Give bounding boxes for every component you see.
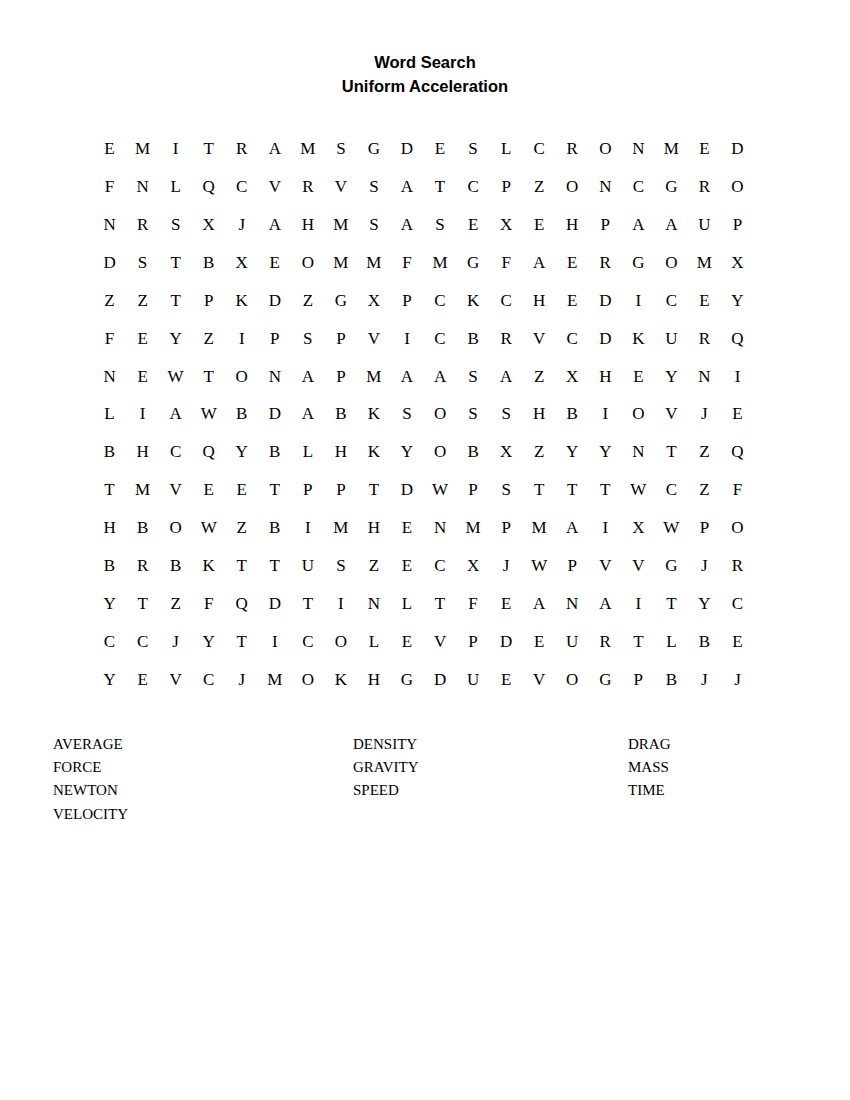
grid-cell-r11c14: M bbox=[523, 509, 556, 547]
grid-cell-r5c18: C bbox=[655, 282, 688, 320]
grid-cell-r5c5: K bbox=[225, 282, 258, 320]
grid-cell-r5c8: G bbox=[324, 282, 357, 320]
grid-cell-r9c16: Y bbox=[589, 433, 622, 471]
grid-cell-r11c19: P bbox=[688, 509, 721, 547]
grid-cell-r6c17: K bbox=[622, 320, 655, 358]
word-list: AVERAGEFORCENEWTONVELOCITYDENSITYGRAVITY… bbox=[0, 733, 850, 833]
grid-cell-r15c5: J bbox=[225, 661, 258, 699]
grid-cell-r8c18: V bbox=[655, 396, 688, 434]
grid-cell-r11c3: O bbox=[159, 509, 192, 547]
grid-cell-r10c9: T bbox=[357, 471, 390, 509]
grid-cell-r13c4: F bbox=[192, 585, 225, 623]
grid-cell-r14c11: V bbox=[423, 623, 456, 661]
grid-cell-r1c10: D bbox=[390, 130, 423, 168]
grid-cell-r3c15: H bbox=[556, 206, 589, 244]
grid-cell-r2c3: L bbox=[159, 168, 192, 206]
grid-cell-r8c2: I bbox=[126, 396, 159, 434]
grid-cell-r12c8: S bbox=[324, 547, 357, 585]
grid-cell-r15c2: E bbox=[126, 661, 159, 699]
grid-cell-r11c4: W bbox=[192, 509, 225, 547]
grid-cell-r3c7: H bbox=[291, 206, 324, 244]
grid-cell-r2c15: O bbox=[556, 168, 589, 206]
grid-cell-r12c18: G bbox=[655, 547, 688, 585]
grid-cell-r7c10: A bbox=[390, 358, 423, 396]
word-list-column-2: DENSITYGRAVITYSPEED bbox=[353, 733, 419, 803]
grid-cell-r3c10: A bbox=[390, 206, 423, 244]
grid-cell-r9c8: H bbox=[324, 433, 357, 471]
word-item-velocity: VELOCITY bbox=[53, 803, 128, 826]
grid-cell-r13c18: T bbox=[655, 585, 688, 623]
grid-cell-r11c5: Z bbox=[225, 509, 258, 547]
grid-cell-r8c16: I bbox=[589, 396, 622, 434]
grid-cell-r13c11: T bbox=[423, 585, 456, 623]
grid-cell-r14c9: L bbox=[357, 623, 390, 661]
grid-cell-r15c18: B bbox=[655, 661, 688, 699]
grid-cell-r7c6: N bbox=[258, 358, 291, 396]
grid-cell-r14c6: I bbox=[258, 623, 291, 661]
grid-cell-r8c10: S bbox=[390, 396, 423, 434]
grid-cell-r3c1: N bbox=[93, 206, 126, 244]
grid-cell-r10c14: T bbox=[523, 471, 556, 509]
grid-cell-r12c14: W bbox=[523, 547, 556, 585]
grid-cell-r1c3: I bbox=[159, 130, 192, 168]
grid-cell-r6c11: C bbox=[423, 320, 456, 358]
grid-cell-r8c20: E bbox=[721, 396, 754, 434]
grid-cell-r15c7: O bbox=[291, 661, 324, 699]
page-title-line1: Word Search bbox=[0, 50, 850, 74]
grid-cell-r9c12: B bbox=[457, 433, 490, 471]
grid-cell-r6c20: Q bbox=[721, 320, 754, 358]
grid-cell-r11c9: H bbox=[357, 509, 390, 547]
grid-cell-r4c13: F bbox=[490, 244, 523, 282]
grid-cell-r14c15: U bbox=[556, 623, 589, 661]
grid-cell-r9c4: Q bbox=[192, 433, 225, 471]
grid-cell-r4c1: D bbox=[93, 244, 126, 282]
grid-cell-r2c12: C bbox=[457, 168, 490, 206]
grid-cell-r10c16: T bbox=[589, 471, 622, 509]
grid-cell-r15c16: G bbox=[589, 661, 622, 699]
grid-cell-r14c7: C bbox=[291, 623, 324, 661]
grid-cell-r12c3: B bbox=[159, 547, 192, 585]
word-item-density: DENSITY bbox=[353, 733, 419, 756]
grid-cell-r5c2: Z bbox=[126, 282, 159, 320]
grid-cell-r2c5: C bbox=[225, 168, 258, 206]
grid-cell-r2c18: G bbox=[655, 168, 688, 206]
grid-cell-r3c13: X bbox=[490, 206, 523, 244]
grid-cell-r13c14: A bbox=[523, 585, 556, 623]
grid-cell-r14c17: T bbox=[622, 623, 655, 661]
grid-cell-r12c5: T bbox=[225, 547, 258, 585]
grid-cell-r2c6: V bbox=[258, 168, 291, 206]
grid-cell-r13c9: N bbox=[357, 585, 390, 623]
grid-cell-r1c9: G bbox=[357, 130, 390, 168]
grid-cell-r9c13: X bbox=[490, 433, 523, 471]
grid-cell-r12c19: J bbox=[688, 547, 721, 585]
grid-cell-r7c20: I bbox=[721, 358, 754, 396]
grid-cell-r3c6: A bbox=[258, 206, 291, 244]
grid-cell-r6c10: I bbox=[390, 320, 423, 358]
grid-cell-r8c3: A bbox=[159, 396, 192, 434]
grid-cell-r10c15: T bbox=[556, 471, 589, 509]
grid-cell-r6c8: P bbox=[324, 320, 357, 358]
grid-cell-r2c19: R bbox=[688, 168, 721, 206]
grid-cell-r11c13: P bbox=[490, 509, 523, 547]
grid-cell-r13c2: T bbox=[126, 585, 159, 623]
grid-cell-r4c8: M bbox=[324, 244, 357, 282]
grid-cell-r13c16: A bbox=[589, 585, 622, 623]
grid-cell-r1c19: E bbox=[688, 130, 721, 168]
grid-cell-r1c13: L bbox=[490, 130, 523, 168]
grid-cell-r12c16: V bbox=[589, 547, 622, 585]
grid-cell-r2c1: F bbox=[93, 168, 126, 206]
word-item-speed: SPEED bbox=[353, 779, 419, 802]
grid-cell-r14c16: R bbox=[589, 623, 622, 661]
grid-cell-r4c3: T bbox=[159, 244, 192, 282]
grid-cell-r14c12: P bbox=[457, 623, 490, 661]
grid-cell-r1c17: N bbox=[622, 130, 655, 168]
grid-cell-r4c10: F bbox=[390, 244, 423, 282]
grid-cell-r3c8: M bbox=[324, 206, 357, 244]
page-title-line2: Uniform Acceleration bbox=[0, 74, 850, 98]
grid-cell-r10c2: M bbox=[126, 471, 159, 509]
grid-cell-r15c20: J bbox=[721, 661, 754, 699]
grid-cell-r2c4: Q bbox=[192, 168, 225, 206]
grid-cell-r12c11: C bbox=[423, 547, 456, 585]
grid-cell-r14c19: B bbox=[688, 623, 721, 661]
grid-cell-r7c13: A bbox=[490, 358, 523, 396]
grid-cell-r15c19: J bbox=[688, 661, 721, 699]
grid-cell-r6c16: D bbox=[589, 320, 622, 358]
grid-cell-r8c11: O bbox=[423, 396, 456, 434]
grid-cell-r15c3: V bbox=[159, 661, 192, 699]
grid-cell-r1c1: E bbox=[93, 130, 126, 168]
grid-cell-r4c6: E bbox=[258, 244, 291, 282]
grid-cell-r8c4: W bbox=[192, 396, 225, 434]
grid-cell-r13c15: N bbox=[556, 585, 589, 623]
grid-cell-r11c18: W bbox=[655, 509, 688, 547]
grid-cell-r11c1: H bbox=[93, 509, 126, 547]
grid-cell-r10c11: W bbox=[423, 471, 456, 509]
grid-cell-r6c19: R bbox=[688, 320, 721, 358]
grid-cell-r6c3: Y bbox=[159, 320, 192, 358]
grid-cell-r2c16: N bbox=[589, 168, 622, 206]
grid-cell-r9c15: Y bbox=[556, 433, 589, 471]
grid-cell-r5c9: X bbox=[357, 282, 390, 320]
grid-cell-r11c11: N bbox=[423, 509, 456, 547]
grid-cell-r9c17: N bbox=[622, 433, 655, 471]
word-item-average: AVERAGE bbox=[53, 733, 128, 756]
grid-cell-r6c12: B bbox=[457, 320, 490, 358]
grid-cell-r14c3: J bbox=[159, 623, 192, 661]
word-item-newton: NEWTON bbox=[53, 779, 128, 802]
page-title: Word Search Uniform Acceleration bbox=[0, 50, 850, 98]
grid-cell-r11c7: I bbox=[291, 509, 324, 547]
grid-cell-r5c16: D bbox=[589, 282, 622, 320]
grid-cell-r1c18: M bbox=[655, 130, 688, 168]
grid-cell-r5c7: Z bbox=[291, 282, 324, 320]
grid-cell-r1c20: D bbox=[721, 130, 754, 168]
grid-cell-r4c11: M bbox=[423, 244, 456, 282]
grid-cell-r8c12: S bbox=[457, 396, 490, 434]
grid-cell-r10c18: C bbox=[655, 471, 688, 509]
grid-cell-r10c20: F bbox=[721, 471, 754, 509]
grid-cell-r8c13: S bbox=[490, 396, 523, 434]
grid-cell-r5c15: E bbox=[556, 282, 589, 320]
grid-cell-r13c19: Y bbox=[688, 585, 721, 623]
grid-cell-r3c12: E bbox=[457, 206, 490, 244]
grid-cell-r12c2: R bbox=[126, 547, 159, 585]
grid-cell-r7c11: A bbox=[423, 358, 456, 396]
grid-cell-r6c18: U bbox=[655, 320, 688, 358]
grid-cell-r2c14: Z bbox=[523, 168, 556, 206]
grid-cell-r13c20: C bbox=[721, 585, 754, 623]
grid-cell-r12c9: Z bbox=[357, 547, 390, 585]
grid-cell-r4c4: B bbox=[192, 244, 225, 282]
grid-cell-r4c19: M bbox=[688, 244, 721, 282]
grid-cell-r8c1: L bbox=[93, 396, 126, 434]
grid-cell-r15c6: M bbox=[258, 661, 291, 699]
word-item-gravity: GRAVITY bbox=[353, 756, 419, 779]
grid-cell-r8c9: K bbox=[357, 396, 390, 434]
grid-cell-r12c4: K bbox=[192, 547, 225, 585]
grid-cell-r10c19: Z bbox=[688, 471, 721, 509]
grid-cell-r2c7: R bbox=[291, 168, 324, 206]
grid-cell-r1c11: E bbox=[423, 130, 456, 168]
grid-cell-r14c10: E bbox=[390, 623, 423, 661]
grid-cell-r6c2: E bbox=[126, 320, 159, 358]
grid-cell-r5c17: I bbox=[622, 282, 655, 320]
grid-cell-r9c2: H bbox=[126, 433, 159, 471]
word-item-drag: DRAG bbox=[628, 733, 671, 756]
grid-cell-r5c6: D bbox=[258, 282, 291, 320]
grid-cell-r11c10: E bbox=[390, 509, 423, 547]
grid-cell-r13c6: D bbox=[258, 585, 291, 623]
grid-cell-r10c5: E bbox=[225, 471, 258, 509]
grid-cell-r3c9: S bbox=[357, 206, 390, 244]
grid-cell-r6c1: F bbox=[93, 320, 126, 358]
grid-cell-r3c17: A bbox=[622, 206, 655, 244]
grid-cell-r9c1: B bbox=[93, 433, 126, 471]
grid-cell-r11c17: X bbox=[622, 509, 655, 547]
grid-cell-r15c8: K bbox=[324, 661, 357, 699]
grid-cell-r10c10: D bbox=[390, 471, 423, 509]
grid-cell-r15c11: D bbox=[423, 661, 456, 699]
grid-cell-r3c16: P bbox=[589, 206, 622, 244]
grid-cell-r11c6: B bbox=[258, 509, 291, 547]
grid-cell-r9c3: C bbox=[159, 433, 192, 471]
grid-cell-r9c5: Y bbox=[225, 433, 258, 471]
grid-cell-r5c14: H bbox=[523, 282, 556, 320]
grid-cell-r6c6: P bbox=[258, 320, 291, 358]
grid-cell-r10c13: S bbox=[490, 471, 523, 509]
grid-cell-r14c4: Y bbox=[192, 623, 225, 661]
grid-cell-r13c10: L bbox=[390, 585, 423, 623]
grid-cell-r7c3: W bbox=[159, 358, 192, 396]
grid-cell-r1c12: S bbox=[457, 130, 490, 168]
grid-cell-r9c7: L bbox=[291, 433, 324, 471]
grid-cell-r15c17: P bbox=[622, 661, 655, 699]
grid-cell-r1c8: S bbox=[324, 130, 357, 168]
grid-cell-r7c19: N bbox=[688, 358, 721, 396]
grid-cell-r2c8: V bbox=[324, 168, 357, 206]
grid-cell-r4c12: G bbox=[457, 244, 490, 282]
grid-cell-r10c3: V bbox=[159, 471, 192, 509]
grid-cell-r7c17: E bbox=[622, 358, 655, 396]
grid-cell-r15c4: C bbox=[192, 661, 225, 699]
grid-cell-r13c12: F bbox=[457, 585, 490, 623]
grid-cell-r13c1: Y bbox=[93, 585, 126, 623]
grid-cell-r15c10: G bbox=[390, 661, 423, 699]
grid-cell-r4c16: R bbox=[589, 244, 622, 282]
worksheet-page: Word Search Uniform Acceleration EMITRAM… bbox=[0, 0, 850, 1100]
grid-cell-r2c13: P bbox=[490, 168, 523, 206]
grid-cell-r14c13: D bbox=[490, 623, 523, 661]
grid-cell-r1c5: R bbox=[225, 130, 258, 168]
grid-cell-r8c14: H bbox=[523, 396, 556, 434]
grid-cell-r12c6: T bbox=[258, 547, 291, 585]
grid-cell-r11c8: M bbox=[324, 509, 357, 547]
grid-cell-r8c17: O bbox=[622, 396, 655, 434]
grid-cell-r10c7: P bbox=[291, 471, 324, 509]
grid-cell-r13c3: Z bbox=[159, 585, 192, 623]
grid-cell-r8c8: B bbox=[324, 396, 357, 434]
grid-cell-r14c20: E bbox=[721, 623, 754, 661]
grid-cell-r4c15: E bbox=[556, 244, 589, 282]
grid-cell-r14c14: E bbox=[523, 623, 556, 661]
grid-cell-r2c2: N bbox=[126, 168, 159, 206]
grid-cell-r10c6: T bbox=[258, 471, 291, 509]
grid-cell-r2c9: S bbox=[357, 168, 390, 206]
grid-cell-r1c14: C bbox=[523, 130, 556, 168]
grid-cell-r7c8: P bbox=[324, 358, 357, 396]
grid-cell-r3c14: E bbox=[523, 206, 556, 244]
grid-cell-r4c5: X bbox=[225, 244, 258, 282]
grid-cell-r8c6: D bbox=[258, 396, 291, 434]
grid-cell-r5c3: T bbox=[159, 282, 192, 320]
grid-cell-r12c10: E bbox=[390, 547, 423, 585]
grid-cell-r13c8: I bbox=[324, 585, 357, 623]
grid-cell-r7c14: Z bbox=[523, 358, 556, 396]
grid-cell-r5c4: P bbox=[192, 282, 225, 320]
grid-cell-r1c7: M bbox=[291, 130, 324, 168]
grid-cell-r10c12: P bbox=[457, 471, 490, 509]
grid-cell-r8c7: A bbox=[291, 396, 324, 434]
grid-cell-r5c19: E bbox=[688, 282, 721, 320]
grid-cell-r2c17: C bbox=[622, 168, 655, 206]
grid-cell-r11c12: M bbox=[457, 509, 490, 547]
word-item-time: TIME bbox=[628, 779, 671, 802]
grid-cell-r7c16: H bbox=[589, 358, 622, 396]
grid-cell-r1c15: R bbox=[556, 130, 589, 168]
grid-cell-r15c14: V bbox=[523, 661, 556, 699]
grid-cell-r3c18: A bbox=[655, 206, 688, 244]
grid-cell-r14c18: L bbox=[655, 623, 688, 661]
grid-cell-r9c6: B bbox=[258, 433, 291, 471]
grid-cell-r5c1: Z bbox=[93, 282, 126, 320]
grid-cell-r11c2: B bbox=[126, 509, 159, 547]
grid-cell-r4c20: X bbox=[721, 244, 754, 282]
grid-cell-r6c9: V bbox=[357, 320, 390, 358]
grid-cell-r6c5: I bbox=[225, 320, 258, 358]
grid-cell-r10c8: P bbox=[324, 471, 357, 509]
grid-cell-r8c19: J bbox=[688, 396, 721, 434]
grid-cell-r15c12: U bbox=[457, 661, 490, 699]
grid-cell-r4c18: O bbox=[655, 244, 688, 282]
grid-cell-r7c15: X bbox=[556, 358, 589, 396]
grid-cell-r10c17: W bbox=[622, 471, 655, 509]
grid-cell-r3c2: R bbox=[126, 206, 159, 244]
grid-cell-r6c13: R bbox=[490, 320, 523, 358]
grid-cell-r7c7: A bbox=[291, 358, 324, 396]
grid-cell-r3c11: S bbox=[423, 206, 456, 244]
grid-cell-r6c7: S bbox=[291, 320, 324, 358]
grid-cell-r13c5: Q bbox=[225, 585, 258, 623]
grid-cell-r3c19: U bbox=[688, 206, 721, 244]
grid-cell-r12c13: J bbox=[490, 547, 523, 585]
grid-cell-r5c10: P bbox=[390, 282, 423, 320]
grid-cell-r12c7: U bbox=[291, 547, 324, 585]
grid-cell-r1c6: A bbox=[258, 130, 291, 168]
grid-cell-r7c2: E bbox=[126, 358, 159, 396]
grid-cell-r3c5: J bbox=[225, 206, 258, 244]
grid-cell-r10c1: T bbox=[93, 471, 126, 509]
grid-cell-r14c8: O bbox=[324, 623, 357, 661]
grid-cell-r7c9: M bbox=[357, 358, 390, 396]
grid-cell-r11c20: O bbox=[721, 509, 754, 547]
grid-cell-r14c1: C bbox=[93, 623, 126, 661]
grid-cell-r13c13: E bbox=[490, 585, 523, 623]
grid-cell-r12c20: R bbox=[721, 547, 754, 585]
grid-cell-r15c1: Y bbox=[93, 661, 126, 699]
grid-cell-r15c9: H bbox=[357, 661, 390, 699]
grid-cell-r2c11: T bbox=[423, 168, 456, 206]
grid-cell-r11c16: I bbox=[589, 509, 622, 547]
grid-cell-r7c4: T bbox=[192, 358, 225, 396]
grid-cell-r14c2: C bbox=[126, 623, 159, 661]
word-item-force: FORCE bbox=[53, 756, 128, 779]
grid-cell-r7c1: N bbox=[93, 358, 126, 396]
word-list-column-1: AVERAGEFORCENEWTONVELOCITY bbox=[53, 733, 128, 826]
grid-cell-r9c14: Z bbox=[523, 433, 556, 471]
grid-cell-r11c15: A bbox=[556, 509, 589, 547]
grid-cell-r12c15: P bbox=[556, 547, 589, 585]
grid-cell-r9c20: Q bbox=[721, 433, 754, 471]
grid-cell-r2c20: O bbox=[721, 168, 754, 206]
grid-cell-r9c19: Z bbox=[688, 433, 721, 471]
grid-cell-r6c4: Z bbox=[192, 320, 225, 358]
grid-cell-r10c4: E bbox=[192, 471, 225, 509]
grid-cell-r12c17: V bbox=[622, 547, 655, 585]
grid-cell-r6c15: C bbox=[556, 320, 589, 358]
grid-cell-r12c12: X bbox=[457, 547, 490, 585]
grid-cell-r9c18: T bbox=[655, 433, 688, 471]
grid-cell-r6c14: V bbox=[523, 320, 556, 358]
grid-cell-r5c20: Y bbox=[721, 282, 754, 320]
grid-cell-r1c4: T bbox=[192, 130, 225, 168]
grid-cell-r9c11: O bbox=[423, 433, 456, 471]
grid-cell-r3c20: P bbox=[721, 206, 754, 244]
grid-cell-r7c12: S bbox=[457, 358, 490, 396]
grid-cell-r14c5: T bbox=[225, 623, 258, 661]
grid-cell-r12c1: B bbox=[93, 547, 126, 585]
word-grid: EMITRAMSGDESLCRONMEDFNLQCVRVSATCPZONCGRO… bbox=[93, 130, 754, 699]
grid-cell-r3c3: S bbox=[159, 206, 192, 244]
grid-cell-r8c5: B bbox=[225, 396, 258, 434]
grid-cell-r9c9: K bbox=[357, 433, 390, 471]
grid-cell-r4c7: O bbox=[291, 244, 324, 282]
grid-cell-r13c7: T bbox=[291, 585, 324, 623]
grid-cell-r4c9: M bbox=[357, 244, 390, 282]
